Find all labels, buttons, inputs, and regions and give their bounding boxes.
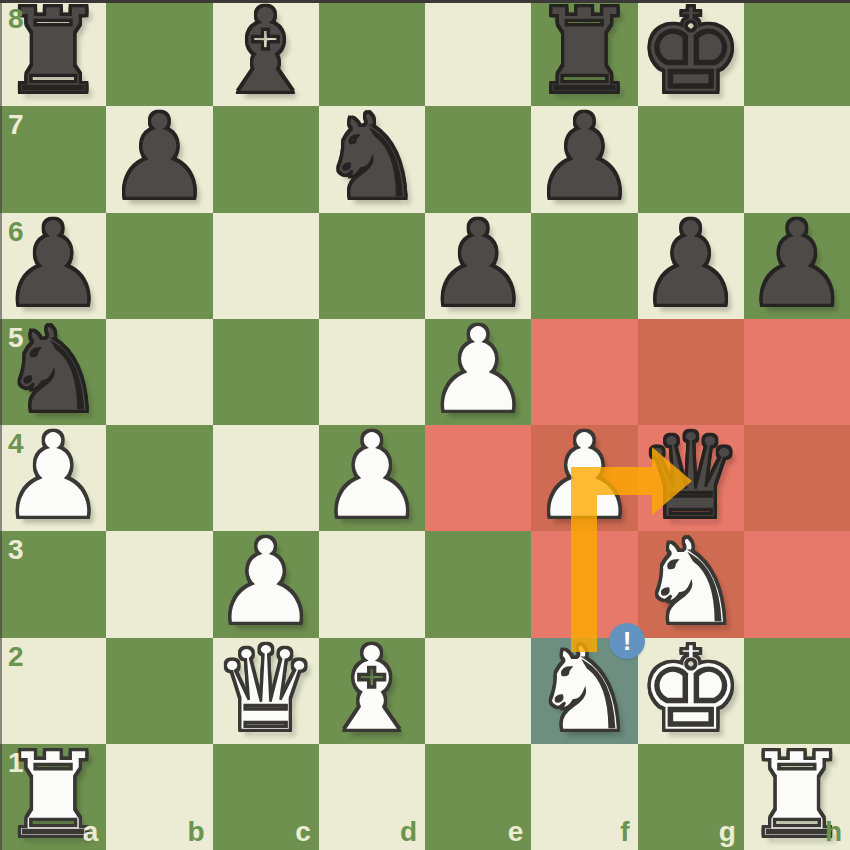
square-c7[interactable] (213, 106, 319, 212)
rank-label-3: 3 (8, 536, 24, 564)
square-h3[interactable] (744, 531, 850, 637)
piece-black-pawn[interactable]: ♟ (638, 205, 744, 323)
piece-white-bishop[interactable]: ♝ (319, 630, 425, 748)
square-e5[interactable]: ♟ (425, 319, 531, 425)
square-h1[interactable]: h♜ (744, 744, 850, 850)
square-h4[interactable] (744, 425, 850, 531)
square-c2[interactable]: ♛ (213, 638, 319, 744)
square-c5[interactable] (213, 319, 319, 425)
piece-black-pawn[interactable]: ♟ (531, 98, 637, 216)
square-f1[interactable]: f (531, 744, 637, 850)
square-h6[interactable]: ♟ (744, 213, 850, 319)
square-d6[interactable] (319, 213, 425, 319)
square-c1[interactable]: c (213, 744, 319, 850)
piece-black-pawn[interactable]: ♟ (106, 98, 212, 216)
square-g8[interactable]: ♚ (638, 0, 744, 106)
square-g6[interactable]: ♟ (638, 213, 744, 319)
square-f6[interactable] (531, 213, 637, 319)
square-e3[interactable] (425, 531, 531, 637)
square-g1[interactable]: g (638, 744, 744, 850)
piece-black-knight[interactable]: ♞ (319, 98, 425, 216)
square-b6[interactable] (106, 213, 212, 319)
rank-label-8: 8 (8, 5, 24, 33)
square-b7[interactable]: ♟ (106, 106, 212, 212)
piece-black-pawn[interactable]: ♟ (744, 205, 850, 323)
piece-black-king[interactable]: ♚ (638, 0, 744, 110)
file-label-b: b (187, 818, 204, 846)
piece-white-king[interactable]: ♚ (638, 630, 744, 748)
chess-board: 8♜♝♜♚7♟♞♟6♟♟♟♟5♞♟4♟♟♟♛3♟♞2♛♝♞♚1a♜bcdefgh… (0, 0, 850, 850)
file-label-f: f (620, 818, 629, 846)
file-label-c: c (295, 818, 311, 846)
square-d1[interactable]: d (319, 744, 425, 850)
square-d4[interactable]: ♟ (319, 425, 425, 531)
move-quality-badge: ! (609, 623, 645, 659)
square-e8[interactable] (425, 0, 531, 106)
piece-white-queen[interactable]: ♛ (213, 630, 319, 748)
file-label-e: e (508, 818, 524, 846)
square-b1[interactable]: b (106, 744, 212, 850)
square-a1[interactable]: 1a♜ (0, 744, 106, 850)
rank-label-1: 1 (8, 749, 24, 777)
rank-label-2: 2 (8, 643, 24, 671)
square-a8[interactable]: 8♜ (0, 0, 106, 106)
square-b4[interactable] (106, 425, 212, 531)
square-h8[interactable] (744, 0, 850, 106)
board-left-edge (0, 0, 2, 850)
piece-white-pawn[interactable]: ♟ (319, 417, 425, 535)
square-e2[interactable] (425, 638, 531, 744)
file-label-d: d (400, 818, 417, 846)
square-g2[interactable]: ♚ (638, 638, 744, 744)
rank-label-5: 5 (8, 324, 24, 352)
square-d7[interactable]: ♞ (319, 106, 425, 212)
square-f4[interactable]: ♟ (531, 425, 637, 531)
piece-white-pawn[interactable]: ♟ (425, 311, 531, 429)
square-b3[interactable] (106, 531, 212, 637)
square-a4[interactable]: 4♟ (0, 425, 106, 531)
square-f7[interactable]: ♟ (531, 106, 637, 212)
square-c6[interactable] (213, 213, 319, 319)
square-b5[interactable] (106, 319, 212, 425)
square-c8[interactable]: ♝ (213, 0, 319, 106)
chess-board-wrapper: 8♜♝♜♚7♟♞♟6♟♟♟♟5♞♟4♟♟♟♛3♟♞2♛♝♞♚1a♜bcdefgh… (0, 0, 850, 850)
rank-label-6: 6 (8, 218, 24, 246)
square-d2[interactable]: ♝ (319, 638, 425, 744)
board-top-edge (0, 0, 850, 3)
rank-label-4: 4 (8, 430, 24, 458)
piece-white-pawn[interactable]: ♟ (531, 417, 637, 535)
square-a3[interactable]: 3 (0, 531, 106, 637)
file-label-a: a (83, 818, 99, 846)
piece-black-bishop[interactable]: ♝ (213, 0, 319, 110)
file-label-h: h (825, 818, 842, 846)
square-h5[interactable] (744, 319, 850, 425)
square-e1[interactable]: e (425, 744, 531, 850)
square-b2[interactable] (106, 638, 212, 744)
rank-label-7: 7 (8, 111, 24, 139)
file-label-g: g (719, 818, 736, 846)
square-e4[interactable] (425, 425, 531, 531)
